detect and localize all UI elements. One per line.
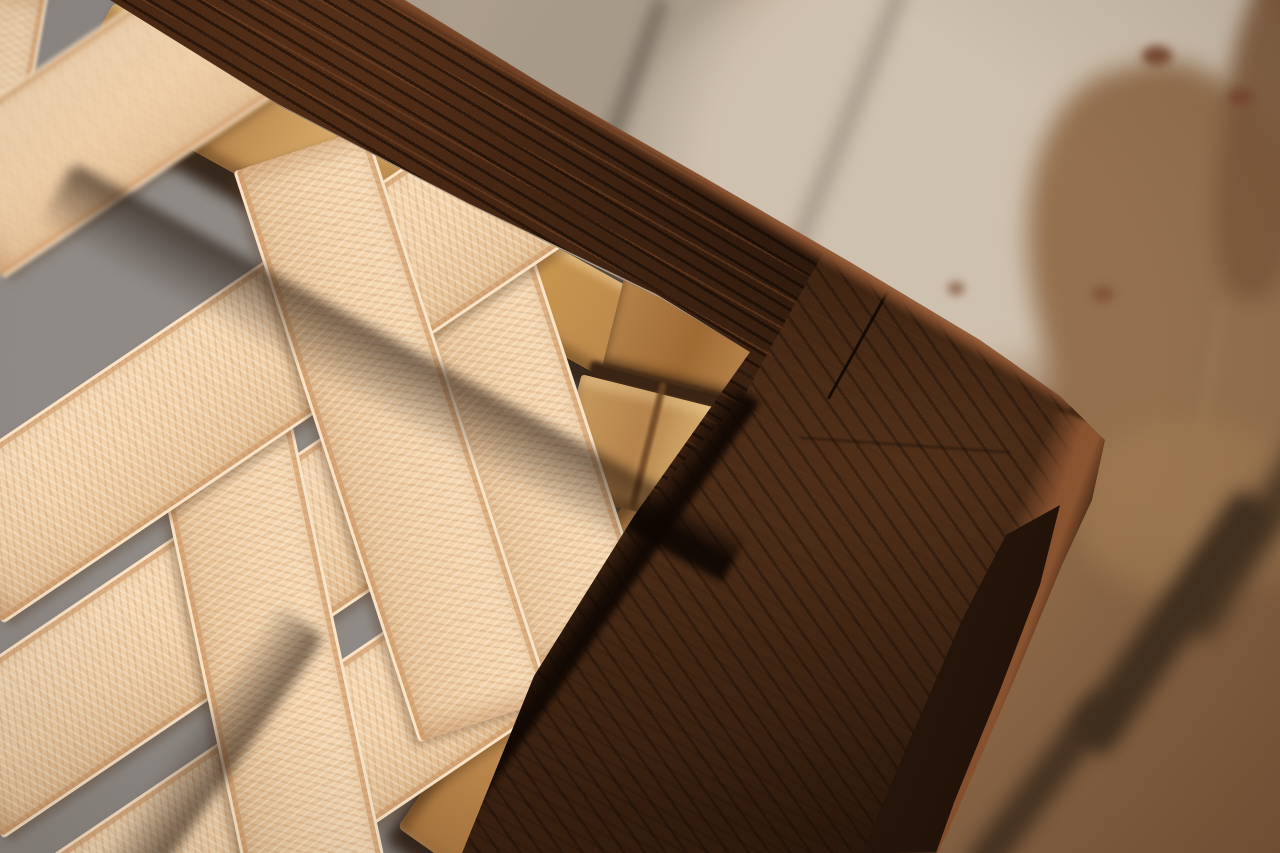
floor-stain-spot [948,282,964,295]
floor-stain-spot [1228,88,1254,106]
furniture-corner-photograph [0,0,1280,853]
floor-stain-spot [1092,286,1114,302]
floor-stain-spot [1142,46,1172,66]
